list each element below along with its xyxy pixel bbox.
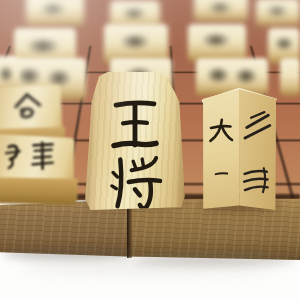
maker-mark-dai-icon	[207, 114, 234, 146]
king-kanji-sho-icon	[106, 154, 166, 210]
shogi-photo	[0, 0, 300, 300]
king-piece	[82, 72, 189, 210]
bishop-kanji-icon	[9, 90, 46, 127]
background-piece	[256, 0, 300, 26]
maker-mark-ichi-icon	[209, 166, 233, 180]
rook-piece	[0, 131, 81, 203]
floor-shadow	[20, 258, 280, 272]
background-piece	[188, 24, 246, 62]
rook-kanji-icon	[0, 139, 62, 174]
cursive-face-upper-icon	[241, 97, 274, 154]
side-piece	[195, 83, 285, 213]
background-piece	[194, 0, 248, 22]
background-piece	[26, 0, 84, 26]
king-kanji-ou-icon	[106, 98, 164, 152]
cursive-face-lower-icon	[240, 155, 271, 204]
